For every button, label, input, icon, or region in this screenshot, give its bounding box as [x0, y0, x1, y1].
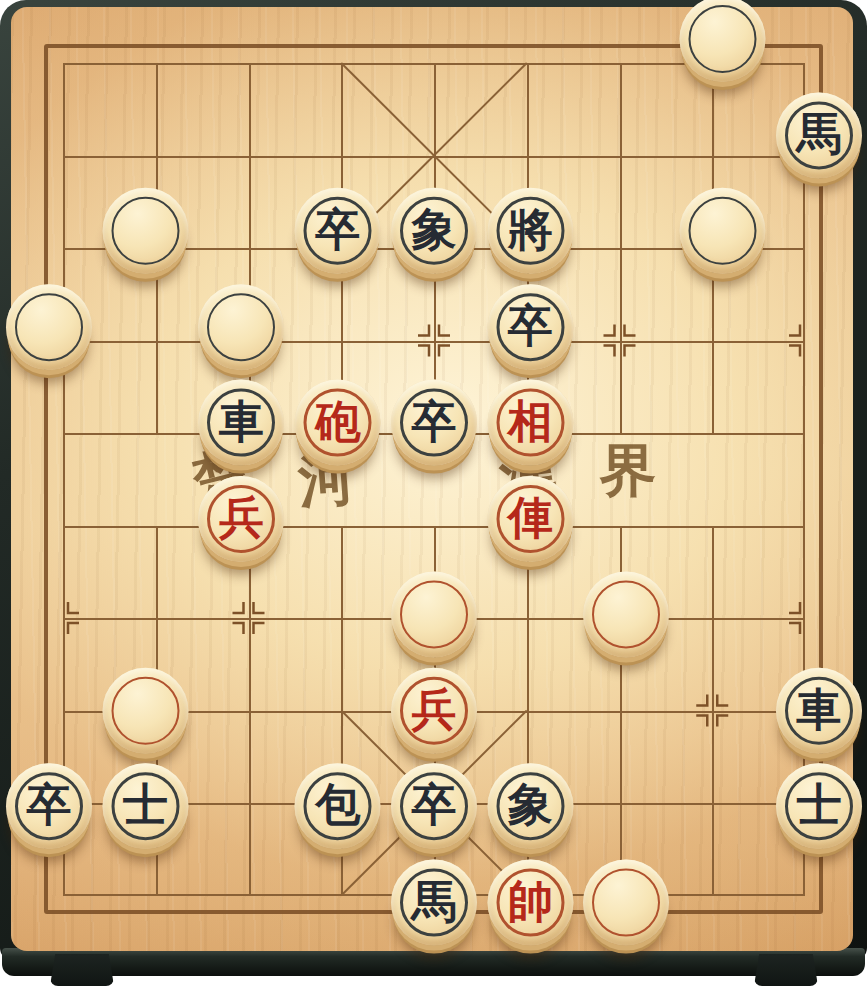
piece-black-horse[interactable]: 馬: [391, 859, 477, 945]
piece-disc: 兵: [198, 476, 284, 562]
piece-character: 砲: [295, 380, 381, 466]
piece-disc: 馬: [391, 859, 477, 945]
piece-disc: 卒: [6, 763, 92, 849]
hidden-piece-black[interactable]: [102, 188, 188, 274]
piece-disc: 卒: [391, 380, 477, 466]
piece-disc: 兵: [391, 667, 477, 753]
piece-disc: 帥: [487, 859, 573, 945]
piece-black-horse[interactable]: 馬: [776, 92, 862, 178]
piece-black-general[interactable]: 將: [487, 188, 573, 274]
piece-character: 士: [102, 763, 188, 849]
piece-black-elephant[interactable]: 象: [487, 763, 573, 849]
piece-black-soldier[interactable]: 卒: [6, 763, 92, 849]
piece-black-chariot[interactable]: 車: [776, 667, 862, 753]
piece-red-chariot[interactable]: 俥: [487, 476, 573, 562]
piece-character: 卒: [391, 380, 477, 466]
piece-character: 卒: [391, 763, 477, 849]
piece-character: 俥: [487, 476, 573, 562]
piece-character: 相: [487, 380, 573, 466]
piece-disc: [583, 571, 669, 657]
piece-black-cannon[interactable]: 包: [295, 763, 381, 849]
piece-character: 士: [776, 763, 862, 849]
piece-ring: [15, 293, 83, 361]
hidden-piece-black[interactable]: [680, 0, 766, 82]
piece-character: 帥: [487, 859, 573, 945]
piece-black-soldier[interactable]: 卒: [391, 763, 477, 849]
piece-disc: 象: [487, 763, 573, 849]
piece-disc: 車: [776, 667, 862, 753]
piece-ring: [592, 580, 660, 648]
piece-red-elephant[interactable]: 相: [487, 380, 573, 466]
piece-disc: 象: [391, 188, 477, 274]
piece-disc: 士: [102, 763, 188, 849]
piece-ring: [400, 580, 468, 648]
hidden-piece-black[interactable]: [198, 284, 284, 370]
piece-character: 兵: [391, 667, 477, 753]
hidden-piece-black[interactable]: [6, 284, 92, 370]
board-base: [2, 948, 865, 976]
piece-ring: [689, 197, 757, 265]
piece-character: 包: [295, 763, 381, 849]
piece-ring: [111, 197, 179, 265]
piece-disc: [198, 284, 284, 370]
piece-character: 兵: [198, 476, 284, 562]
piece-character: 馬: [391, 859, 477, 945]
hidden-piece-red[interactable]: [391, 571, 477, 657]
piece-character: 馬: [776, 92, 862, 178]
piece-ring: [689, 5, 757, 73]
piece-red-soldier[interactable]: 兵: [198, 476, 284, 562]
piece-black-soldier[interactable]: 卒: [391, 380, 477, 466]
piece-black-chariot[interactable]: 車: [198, 380, 284, 466]
piece-red-general[interactable]: 帥: [487, 859, 573, 945]
xiangqi-game-screen: 楚 河 漢 界 馬卒象將卒車砲卒相兵俥兵車卒士包卒象士馬帥: [0, 0, 867, 986]
piece-ring: [111, 676, 179, 744]
piece-character: 卒: [295, 188, 381, 274]
hidden-piece-red[interactable]: [583, 571, 669, 657]
piece-disc: 卒: [391, 763, 477, 849]
piece-disc: [583, 859, 669, 945]
piece-black-advisor[interactable]: 士: [776, 763, 862, 849]
piece-layer: 馬卒象將卒車砲卒相兵俥兵車卒士包卒象士馬帥: [17, 17, 852, 942]
piece-disc: 相: [487, 380, 573, 466]
piece-disc: 士: [776, 763, 862, 849]
piece-disc: [680, 0, 766, 82]
piece-disc: 將: [487, 188, 573, 274]
piece-character: 車: [776, 667, 862, 753]
piece-character: 車: [198, 380, 284, 466]
board-foot-left: [50, 954, 114, 986]
piece-disc: 馬: [776, 92, 862, 178]
piece-black-advisor[interactable]: 士: [102, 763, 188, 849]
piece-black-elephant[interactable]: 象: [391, 188, 477, 274]
piece-ring: [592, 868, 660, 936]
piece-character: 將: [487, 188, 573, 274]
piece-disc: 卒: [487, 284, 573, 370]
piece-black-soldier[interactable]: 卒: [487, 284, 573, 370]
piece-ring: [207, 293, 275, 361]
piece-disc: 砲: [295, 380, 381, 466]
piece-disc: [102, 188, 188, 274]
piece-disc: 包: [295, 763, 381, 849]
piece-disc: 卒: [295, 188, 381, 274]
piece-disc: 車: [198, 380, 284, 466]
piece-disc: [6, 284, 92, 370]
piece-character: 象: [391, 188, 477, 274]
piece-red-cannon[interactable]: 砲: [295, 380, 381, 466]
hidden-piece-black[interactable]: [680, 188, 766, 274]
piece-character: 象: [487, 763, 573, 849]
piece-disc: [680, 188, 766, 274]
piece-character: 卒: [6, 763, 92, 849]
hidden-piece-red[interactable]: [102, 667, 188, 753]
piece-disc: [102, 667, 188, 753]
hidden-piece-red[interactable]: [583, 859, 669, 945]
board-foot-right: [754, 954, 818, 986]
piece-character: 卒: [487, 284, 573, 370]
piece-disc: [391, 571, 477, 657]
river-text-jie: 界: [600, 433, 657, 510]
piece-red-soldier[interactable]: 兵: [391, 667, 477, 753]
piece-disc: 俥: [487, 476, 573, 562]
piece-black-soldier[interactable]: 卒: [295, 188, 381, 274]
